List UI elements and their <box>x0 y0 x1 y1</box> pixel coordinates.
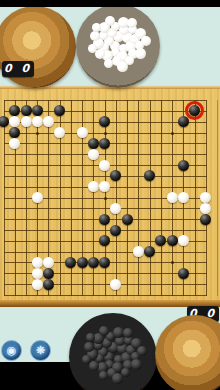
white-stone <box>133 246 144 257</box>
white-stone <box>32 192 43 203</box>
black-stone <box>155 235 166 246</box>
go-app-screen: 0 0 0 0 ◉ ❋ <box>0 0 220 390</box>
black-stone <box>99 116 110 127</box>
black-stone <box>99 138 110 149</box>
black-stone <box>110 225 121 236</box>
white-stone <box>9 116 20 127</box>
white-stone <box>178 235 189 246</box>
black-stone <box>178 268 189 279</box>
white-stone <box>110 279 121 290</box>
snowflake-button[interactable]: ❋ <box>30 340 51 361</box>
white-stone <box>9 138 20 149</box>
white-stone <box>43 116 54 127</box>
wooden-lid-bottom <box>155 315 220 390</box>
black-stone <box>21 105 32 116</box>
star-point <box>104 132 107 135</box>
black-stone <box>178 116 189 127</box>
black-stone <box>122 214 133 225</box>
snowflake-icon: ❋ <box>36 344 45 357</box>
black-stone <box>77 257 88 268</box>
white-stone <box>110 203 121 214</box>
white-stone <box>54 127 65 138</box>
black-stone <box>99 235 110 246</box>
white-stone <box>200 203 211 214</box>
black-stone <box>99 257 110 268</box>
black-stone <box>88 257 99 268</box>
black-stone <box>167 235 178 246</box>
black-stone <box>9 127 20 138</box>
white-stone <box>32 268 43 279</box>
black-stone <box>144 246 155 257</box>
white-stone <box>32 257 43 268</box>
black-stone <box>65 257 76 268</box>
capture-counter-top: 0 0 <box>2 61 34 77</box>
star-point <box>104 197 107 200</box>
white-stone <box>32 279 43 290</box>
white-stone <box>32 116 43 127</box>
black-stone <box>99 214 110 225</box>
white-stone <box>88 181 99 192</box>
white-stone <box>43 257 54 268</box>
black-stone <box>178 160 189 171</box>
black-stone <box>200 214 211 225</box>
black-stone <box>43 279 54 290</box>
white-stone-bowl <box>76 4 160 88</box>
black-stone-bowl <box>69 313 157 390</box>
white-stone <box>178 192 189 203</box>
black-stone <box>0 116 9 127</box>
status-bar <box>0 0 220 7</box>
go-board[interactable] <box>0 85 220 307</box>
white-stone <box>88 149 99 160</box>
black-stone <box>144 170 155 181</box>
black-stone <box>54 105 65 116</box>
black-stone <box>110 170 121 181</box>
target-button[interactable]: ◉ <box>1 340 22 361</box>
star-point <box>36 132 39 135</box>
last-move-marker <box>185 101 204 120</box>
white-stone <box>167 192 178 203</box>
black-stone <box>32 105 43 116</box>
black-stone <box>9 105 20 116</box>
white-stone <box>99 160 110 171</box>
target-icon: ◉ <box>7 344 17 357</box>
star-point <box>171 261 174 264</box>
white-stone <box>21 116 32 127</box>
black-stone <box>43 268 54 279</box>
white-stone <box>99 181 110 192</box>
star-point <box>171 132 174 135</box>
black-stone <box>88 138 99 149</box>
white-stone <box>77 127 88 138</box>
white-stone <box>200 192 211 203</box>
